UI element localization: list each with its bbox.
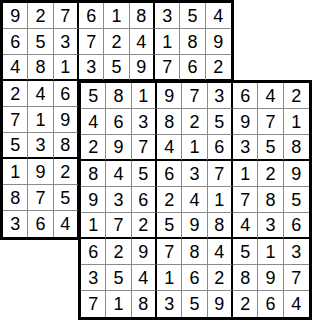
cell-b-r4c1[interactable]: 8	[81, 161, 106, 187]
cell-b-r5c4[interactable]: 2	[157, 187, 182, 213]
cell-b-r3c1[interactable]: 2	[81, 135, 106, 161]
cell-b-r2c4[interactable]: 8	[157, 109, 182, 135]
cell-b-r9c4[interactable]: 3	[157, 291, 182, 317]
cell-b-r1c7[interactable]: 6	[233, 83, 258, 109]
cell-b-r1c2[interactable]: 8	[106, 83, 131, 109]
cell-a-r8c2[interactable]: 7	[28, 185, 53, 211]
cell-b-r2c1[interactable]: 4	[81, 109, 106, 135]
cell-b-r4c7[interactable]: 1	[233, 161, 258, 187]
cell-b-r6c2[interactable]: 7	[106, 213, 131, 239]
cell-b-r1c8[interactable]: 4	[258, 83, 283, 109]
cell-b-r6c5[interactable]: 9	[182, 213, 207, 239]
cell-a-r2c9[interactable]: 9	[206, 29, 231, 55]
cell-a-r9c1[interactable]: 3	[3, 211, 28, 237]
cell-b-r7c3[interactable]: 9	[132, 239, 157, 265]
cell-b-r4c2[interactable]: 4	[106, 161, 131, 187]
cell-b-r3c4[interactable]: 4	[157, 135, 182, 161]
cell-b-r9c7[interactable]: 2	[233, 291, 258, 317]
cell-a-r3c4[interactable]: 3	[79, 55, 104, 81]
cell-b-r8c4[interactable]: 1	[157, 265, 182, 291]
cell-b-r4c5[interactable]: 3	[182, 161, 207, 187]
cell-a-r1c3[interactable]: 7	[54, 3, 79, 29]
cell-a-r1c9[interactable]: 4	[206, 3, 231, 29]
cell-b-r7c7[interactable]: 5	[233, 239, 258, 265]
cell-b-r2c5[interactable]: 2	[182, 109, 207, 135]
cell-b-r6c7[interactable]: 4	[233, 213, 258, 239]
cell-b-r8c5[interactable]: 6	[182, 265, 207, 291]
cell-b-r7c6[interactable]: 4	[208, 239, 233, 265]
cell-b-r9c5[interactable]: 5	[182, 291, 207, 317]
cell-b-r9c8[interactable]: 6	[258, 291, 283, 317]
cell-b-r3c9[interactable]: 8	[284, 135, 309, 161]
cell-b-r2c6[interactable]: 5	[208, 109, 233, 135]
cell-a-r4c3[interactable]: 6	[54, 81, 79, 107]
cell-a-r1c8[interactable]: 5	[180, 3, 205, 29]
cell-a-r1c1[interactable]: 9	[3, 3, 28, 29]
cell-b-r5c6[interactable]: 1	[208, 187, 233, 213]
cell-b-r5c2[interactable]: 3	[106, 187, 131, 213]
cell-a-r1c5[interactable]: 1	[104, 3, 129, 29]
cell-b-r9c2[interactable]: 1	[106, 291, 131, 317]
cell-b-r3c8[interactable]: 5	[258, 135, 283, 161]
cell-a-r5c2[interactable]: 1	[28, 107, 53, 133]
cell-a-r7c2[interactable]: 9	[28, 159, 53, 185]
cell-b-r7c4[interactable]: 7	[157, 239, 182, 265]
cell-a-r8c1[interactable]: 8	[3, 185, 28, 211]
cell-a-r1c6[interactable]: 8	[130, 3, 155, 29]
cell-a-r5c1[interactable]: 7	[3, 107, 28, 133]
cell-b-r8c7[interactable]: 8	[233, 265, 258, 291]
cell-b-r7c1[interactable]: 6	[81, 239, 106, 265]
cell-b-r5c1[interactable]: 9	[81, 187, 106, 213]
cell-b-r5c8[interactable]: 8	[258, 187, 283, 213]
cell-a-r9c2[interactable]: 6	[28, 211, 53, 237]
cell-b-r6c8[interactable]: 3	[258, 213, 283, 239]
cell-b-r3c3[interactable]: 7	[132, 135, 157, 161]
cell-a-r2c1[interactable]: 6	[3, 29, 28, 55]
sudoku-grid-b: 5819736424638259712974163588456371299362…	[78, 80, 312, 320]
cell-b-r8c6[interactable]: 2	[208, 265, 233, 291]
cell-b-r5c5[interactable]: 4	[182, 187, 207, 213]
cell-b-r8c8[interactable]: 9	[258, 265, 283, 291]
cell-a-r2c6[interactable]: 4	[130, 29, 155, 55]
cell-b-r5c9[interactable]: 5	[284, 187, 309, 213]
cell-b-r5c3[interactable]: 6	[132, 187, 157, 213]
cell-b-r1c3[interactable]: 1	[132, 83, 157, 109]
cell-b-r4c8[interactable]: 2	[258, 161, 283, 187]
cell-a-r6c2[interactable]: 3	[28, 133, 53, 159]
cell-a-r2c5[interactable]: 2	[104, 29, 129, 55]
cell-b-r8c9[interactable]: 7	[284, 265, 309, 291]
cell-b-r8c2[interactable]: 5	[106, 265, 131, 291]
cell-b-r8c3[interactable]: 4	[132, 265, 157, 291]
cell-b-r3c6[interactable]: 6	[208, 135, 233, 161]
cell-b-r1c6[interactable]: 3	[208, 83, 233, 109]
cell-a-r8c3[interactable]: 5	[54, 185, 79, 211]
cell-a-r6c3[interactable]: 8	[54, 133, 79, 159]
cell-b-r9c3[interactable]: 8	[132, 291, 157, 317]
cell-b-r2c9[interactable]: 1	[284, 109, 309, 135]
cell-b-r7c5[interactable]: 8	[182, 239, 207, 265]
cell-b-r2c2[interactable]: 6	[106, 109, 131, 135]
cell-a-r3c2[interactable]: 8	[28, 55, 53, 81]
cell-b-r1c1[interactable]: 5	[81, 83, 106, 109]
cell-b-r4c3[interactable]: 5	[132, 161, 157, 187]
cell-a-r1c2[interactable]: 2	[28, 3, 53, 29]
cell-b-r5c7[interactable]: 7	[233, 187, 258, 213]
cell-a-r1c7[interactable]: 3	[155, 3, 180, 29]
cell-b-r3c5[interactable]: 1	[182, 135, 207, 161]
cell-b-r2c3[interactable]: 3	[132, 109, 157, 135]
cell-a-r6c1[interactable]: 5	[3, 133, 28, 159]
cell-b-r9c1[interactable]: 7	[81, 291, 106, 317]
cell-b-r3c2[interactable]: 9	[106, 135, 131, 161]
cell-a-r2c7[interactable]: 1	[155, 29, 180, 55]
cell-b-r4c4[interactable]: 6	[157, 161, 182, 187]
cell-a-r3c5[interactable]: 5	[104, 55, 129, 81]
cell-b-r7c2[interactable]: 2	[106, 239, 131, 265]
cell-b-r4c9[interactable]: 9	[284, 161, 309, 187]
cell-a-r3c7[interactable]: 7	[155, 55, 180, 81]
cell-b-r1c5[interactable]: 7	[182, 83, 207, 109]
cell-a-r2c2[interactable]: 5	[28, 29, 53, 55]
cell-a-r4c2[interactable]: 4	[28, 81, 53, 107]
cell-b-r7c9[interactable]: 3	[284, 239, 309, 265]
cell-b-r2c7[interactable]: 9	[233, 109, 258, 135]
cell-b-r6c9[interactable]: 6	[284, 213, 309, 239]
cell-a-r7c3[interactable]: 2	[54, 159, 79, 185]
cell-b-r1c9[interactable]: 2	[284, 83, 309, 109]
cell-a-r4c1[interactable]: 2	[3, 81, 28, 107]
cell-a-r3c6[interactable]: 9	[130, 55, 155, 81]
cell-a-r3c3[interactable]: 1	[54, 55, 79, 81]
cell-a-r1c4[interactable]: 6	[79, 3, 104, 29]
cell-a-r3c1[interactable]: 4	[3, 55, 28, 81]
cell-b-r9c6[interactable]: 9	[208, 291, 233, 317]
cell-a-r9c3[interactable]: 4	[54, 211, 79, 237]
cell-a-r7c1[interactable]: 1	[3, 159, 28, 185]
cell-b-r4c6[interactable]: 7	[208, 161, 233, 187]
cell-b-r1c4[interactable]: 9	[157, 83, 182, 109]
cell-a-r3c9[interactable]: 2	[206, 55, 231, 81]
cell-a-r3c8[interactable]: 6	[180, 55, 205, 81]
cell-a-r2c8[interactable]: 8	[180, 29, 205, 55]
cell-b-r3c7[interactable]: 3	[233, 135, 258, 161]
cell-b-r6c1[interactable]: 1	[81, 213, 106, 239]
cell-b-r7c8[interactable]: 1	[258, 239, 283, 265]
puzzle-board: 9276183546537241894813597622465819737194…	[0, 0, 312, 320]
cell-b-r8c1[interactable]: 3	[81, 265, 106, 291]
cell-b-r6c3[interactable]: 2	[132, 213, 157, 239]
cell-b-r9c9[interactable]: 4	[284, 291, 309, 317]
cell-b-r6c4[interactable]: 5	[157, 213, 182, 239]
cell-a-r2c3[interactable]: 3	[54, 29, 79, 55]
cell-b-r2c8[interactable]: 7	[258, 109, 283, 135]
cell-a-r5c3[interactable]: 9	[54, 107, 79, 133]
cell-b-r6c6[interactable]: 8	[208, 213, 233, 239]
cell-a-r2c4[interactable]: 7	[79, 29, 104, 55]
